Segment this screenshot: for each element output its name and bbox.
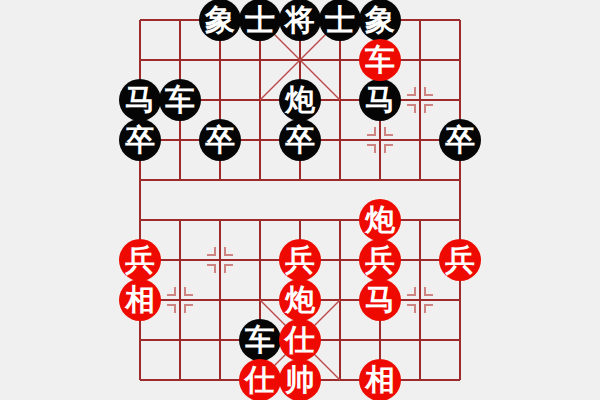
- intersection-a5[interactable]: [120, 200, 160, 240]
- intersection-f6[interactable]: [320, 240, 360, 280]
- intersection-b3[interactable]: [160, 120, 200, 160]
- intersection-a0[interactable]: [120, 0, 160, 40]
- piece-red-general[interactable]: 帅: [279, 359, 321, 400]
- intersection-b0[interactable]: [160, 0, 200, 40]
- piece-red-pawn[interactable]: 兵: [359, 239, 401, 281]
- intersection-a4[interactable]: [120, 160, 160, 200]
- intersection-e5[interactable]: [280, 200, 320, 240]
- piece-red-elephant[interactable]: 相: [359, 359, 401, 400]
- intersection-d6[interactable]: [240, 240, 280, 280]
- xiangqi-board: 象士将士象马车炮马卒卒卒卒车车炮兵兵兵兵相炮马仕仕帅相: [0, 0, 600, 400]
- intersection-h5[interactable]: [400, 200, 440, 240]
- piece-red-cannon[interactable]: 炮: [359, 199, 401, 241]
- intersection-b4[interactable]: [160, 160, 200, 200]
- intersection-d4[interactable]: [240, 160, 280, 200]
- intersection-h8[interactable]: [400, 320, 440, 360]
- intersection-d5[interactable]: [240, 200, 280, 240]
- intersection-f2[interactable]: [320, 80, 360, 120]
- intersection-c8[interactable]: [200, 320, 240, 360]
- intersection-h1[interactable]: [400, 40, 440, 80]
- piece-black-cannon[interactable]: 炮: [279, 79, 321, 121]
- intersection-h0[interactable]: [400, 0, 440, 40]
- intersection-i8[interactable]: [440, 320, 480, 360]
- intersection-e4[interactable]: [280, 160, 320, 200]
- intersection-h9[interactable]: [400, 360, 440, 400]
- intersection-d2[interactable]: [240, 80, 280, 120]
- intersection-i5[interactable]: [440, 200, 480, 240]
- intersection-i2[interactable]: [440, 80, 480, 120]
- piece-red-advisor[interactable]: 仕: [239, 359, 281, 400]
- intersection-c9[interactable]: [200, 360, 240, 400]
- intersection-i0[interactable]: [440, 0, 480, 40]
- xiangqi-screen: 象士将士象马车炮马卒卒卒卒车车炮兵兵兵兵相炮马仕仕帅相: [0, 0, 600, 400]
- piece-black-pawn[interactable]: 卒: [439, 119, 481, 161]
- intersection-h2[interactable]: [400, 80, 440, 120]
- intersection-f5[interactable]: [320, 200, 360, 240]
- piece-black-pawn[interactable]: 卒: [119, 119, 161, 161]
- piece-red-chariot[interactable]: 车: [359, 39, 401, 81]
- piece-black-chariot[interactable]: 车: [239, 319, 281, 361]
- intersection-f3[interactable]: [320, 120, 360, 160]
- intersection-a8[interactable]: [120, 320, 160, 360]
- piece-red-advisor[interactable]: 仕: [279, 319, 321, 361]
- intersection-c6[interactable]: [200, 240, 240, 280]
- piece-black-advisor[interactable]: 士: [239, 0, 281, 41]
- intersection-a1[interactable]: [120, 40, 160, 80]
- intersection-f7[interactable]: [320, 280, 360, 320]
- intersection-a9[interactable]: [120, 360, 160, 400]
- intersection-i1[interactable]: [440, 40, 480, 80]
- intersection-i7[interactable]: [440, 280, 480, 320]
- piece-red-cannon[interactable]: 炮: [279, 279, 321, 321]
- intersection-f1[interactable]: [320, 40, 360, 80]
- piece-black-elephant[interactable]: 象: [359, 0, 401, 41]
- intersection-h7[interactable]: [400, 280, 440, 320]
- piece-black-horse[interactable]: 马: [119, 79, 161, 121]
- intersection-b8[interactable]: [160, 320, 200, 360]
- piece-red-elephant[interactable]: 相: [119, 279, 161, 321]
- intersection-e1[interactable]: [280, 40, 320, 80]
- intersection-d1[interactable]: [240, 40, 280, 80]
- intersection-d3[interactable]: [240, 120, 280, 160]
- intersection-h3[interactable]: [400, 120, 440, 160]
- intersection-b5[interactable]: [160, 200, 200, 240]
- intersection-b7[interactable]: [160, 280, 200, 320]
- intersection-b1[interactable]: [160, 40, 200, 80]
- intersection-d7[interactable]: [240, 280, 280, 320]
- piece-black-chariot[interactable]: 车: [159, 79, 201, 121]
- piece-black-advisor[interactable]: 士: [319, 0, 361, 41]
- intersection-h6[interactable]: [400, 240, 440, 280]
- intersection-c7[interactable]: [200, 280, 240, 320]
- intersection-c2[interactable]: [200, 80, 240, 120]
- piece-black-pawn[interactable]: 卒: [199, 119, 241, 161]
- intersection-h4[interactable]: [400, 160, 440, 200]
- piece-red-pawn[interactable]: 兵: [119, 239, 161, 281]
- piece-black-horse[interactable]: 马: [359, 79, 401, 121]
- intersection-i9[interactable]: [440, 360, 480, 400]
- piece-red-horse[interactable]: 马: [359, 279, 401, 321]
- intersection-f8[interactable]: [320, 320, 360, 360]
- piece-black-general[interactable]: 将: [279, 0, 321, 41]
- intersection-c1[interactable]: [200, 40, 240, 80]
- intersection-b6[interactable]: [160, 240, 200, 280]
- intersection-c5[interactable]: [200, 200, 240, 240]
- intersection-g3[interactable]: [360, 120, 400, 160]
- intersection-g4[interactable]: [360, 160, 400, 200]
- intersection-c4[interactable]: [200, 160, 240, 200]
- intersection-g8[interactable]: [360, 320, 400, 360]
- piece-black-elephant[interactable]: 象: [199, 0, 241, 41]
- intersection-f9[interactable]: [320, 360, 360, 400]
- intersection-i4[interactable]: [440, 160, 480, 200]
- intersection-f4[interactable]: [320, 160, 360, 200]
- piece-black-pawn[interactable]: 卒: [279, 119, 321, 161]
- piece-red-pawn[interactable]: 兵: [439, 239, 481, 281]
- piece-red-pawn[interactable]: 兵: [279, 239, 321, 281]
- intersection-b9[interactable]: [160, 360, 200, 400]
